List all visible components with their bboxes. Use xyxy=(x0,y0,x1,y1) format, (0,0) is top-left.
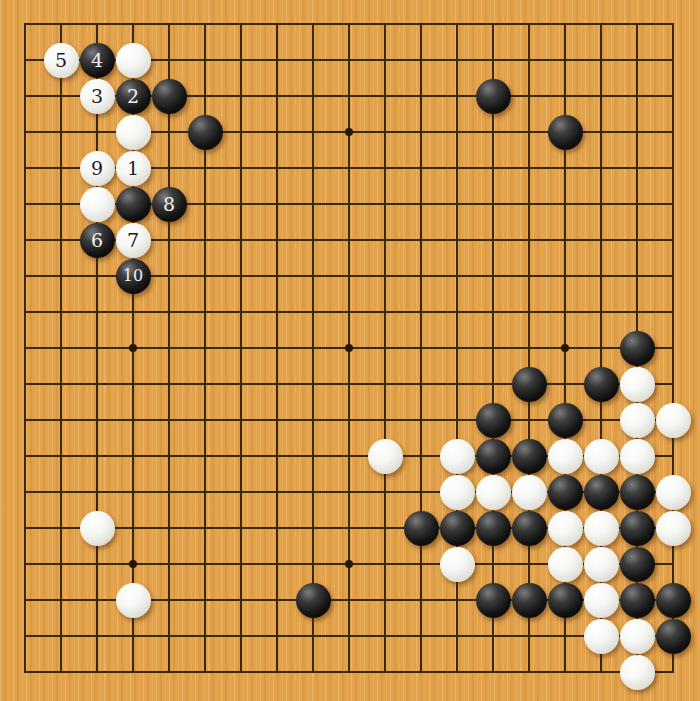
star-point xyxy=(129,344,137,352)
black-stone xyxy=(620,475,655,510)
star-point xyxy=(561,344,569,352)
white-stone xyxy=(476,475,511,510)
white-stone: 7 xyxy=(116,223,151,258)
white-stone: 5 xyxy=(44,43,79,78)
move-number: 6 xyxy=(91,231,103,250)
black-stone xyxy=(656,583,691,618)
white-stone xyxy=(548,547,583,582)
black-stone xyxy=(620,331,655,366)
star-point xyxy=(345,344,353,352)
black-stone xyxy=(512,511,547,546)
grid-line-vertical xyxy=(420,23,422,673)
grid-line-vertical xyxy=(672,23,674,673)
grid-line-vertical xyxy=(528,23,530,673)
white-stone xyxy=(368,439,403,474)
black-stone xyxy=(656,619,691,654)
white-stone xyxy=(656,475,691,510)
white-stone xyxy=(548,439,583,474)
move-number: 8 xyxy=(163,195,175,214)
black-stone xyxy=(296,583,331,618)
black-stone xyxy=(548,403,583,438)
white-stone xyxy=(584,619,619,654)
white-stone xyxy=(584,583,619,618)
black-stone xyxy=(584,367,619,402)
white-stone xyxy=(440,547,475,582)
black-stone xyxy=(476,583,511,618)
move-number: 10 xyxy=(123,268,143,284)
move-number: 3 xyxy=(91,87,103,106)
move-number: 1 xyxy=(127,159,139,178)
move-number: 9 xyxy=(91,159,103,178)
black-stone xyxy=(476,511,511,546)
black-stone: 4 xyxy=(80,43,115,78)
white-stone xyxy=(584,547,619,582)
star-point xyxy=(129,560,137,568)
grid-line-horizontal xyxy=(24,383,674,385)
black-stone xyxy=(476,439,511,474)
grid-line-horizontal xyxy=(24,635,674,637)
move-number: 5 xyxy=(55,51,67,70)
move-number: 4 xyxy=(91,51,103,70)
white-stone xyxy=(116,115,151,150)
black-stone xyxy=(548,475,583,510)
black-stone xyxy=(188,115,223,150)
black-stone: 10 xyxy=(116,259,151,294)
black-stone xyxy=(512,367,547,402)
star-point xyxy=(345,560,353,568)
go-board[interactable]: 54329186710 xyxy=(0,0,700,701)
black-stone xyxy=(152,79,187,114)
black-stone xyxy=(512,439,547,474)
move-number: 2 xyxy=(127,87,139,106)
white-stone xyxy=(116,583,151,618)
white-stone xyxy=(512,475,547,510)
white-stone xyxy=(620,367,655,402)
star-point xyxy=(345,128,353,136)
grid-line-horizontal xyxy=(24,671,674,673)
white-stone xyxy=(584,511,619,546)
black-stone xyxy=(620,511,655,546)
black-stone: 8 xyxy=(152,187,187,222)
black-stone xyxy=(404,511,439,546)
move-number: 7 xyxy=(127,231,139,250)
white-stone xyxy=(620,403,655,438)
white-stone xyxy=(656,403,691,438)
black-stone xyxy=(512,583,547,618)
white-stone xyxy=(656,511,691,546)
white-stone xyxy=(548,511,583,546)
white-stone xyxy=(620,619,655,654)
grid-line-vertical xyxy=(492,23,494,673)
black-stone xyxy=(476,403,511,438)
white-stone xyxy=(116,43,151,78)
black-stone xyxy=(116,187,151,222)
white-stone: 3 xyxy=(80,79,115,114)
white-stone: 1 xyxy=(116,151,151,186)
white-stone xyxy=(440,475,475,510)
black-stone xyxy=(620,583,655,618)
black-stone: 2 xyxy=(116,79,151,114)
black-stone xyxy=(548,583,583,618)
white-stone xyxy=(584,439,619,474)
white-stone xyxy=(80,511,115,546)
black-stone xyxy=(440,511,475,546)
black-stone xyxy=(548,115,583,150)
white-stone xyxy=(80,187,115,222)
grid-line-vertical xyxy=(384,23,386,673)
white-stone xyxy=(440,439,475,474)
white-stone: 9 xyxy=(80,151,115,186)
black-stone xyxy=(476,79,511,114)
black-stone xyxy=(584,475,619,510)
white-stone xyxy=(620,655,655,690)
white-stone xyxy=(620,439,655,474)
black-stone: 6 xyxy=(80,223,115,258)
black-stone xyxy=(620,547,655,582)
